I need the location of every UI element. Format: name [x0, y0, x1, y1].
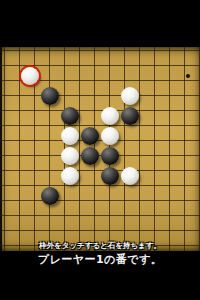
- white-stone: [121, 167, 139, 185]
- grid-hline: [0, 110, 200, 111]
- grid-hline: [0, 215, 200, 216]
- grid-vline: [19, 47, 20, 251]
- black-stone: [61, 107, 79, 125]
- grid-hline: [0, 95, 200, 96]
- black-stone: [81, 127, 99, 145]
- star-point: [186, 74, 190, 78]
- black-stone: [41, 87, 59, 105]
- hint-text: 枠外をタッチすると石を持ちます。: [0, 240, 200, 251]
- app-screen: 枠外をタッチすると石を持ちます。 プレーヤー1の番です。: [0, 0, 200, 300]
- grid-hline: [0, 170, 200, 171]
- grid-hline: [0, 230, 200, 231]
- white-stone: [121, 87, 139, 105]
- grid-vline: [49, 47, 50, 251]
- grid-hline: [0, 200, 200, 201]
- turn-status-text: プレーヤー1の番です。: [0, 252, 200, 267]
- grid-vline: [139, 47, 140, 251]
- grid-hline: [0, 125, 200, 126]
- grid-vline: [184, 47, 185, 251]
- black-stone: [41, 187, 59, 205]
- white-stone: [61, 167, 79, 185]
- white-stone: [61, 147, 79, 165]
- black-stone: [101, 167, 119, 185]
- grid-vline: [124, 47, 125, 251]
- white-stone: [101, 107, 119, 125]
- grid-hline: [0, 65, 200, 66]
- black-stone: [81, 147, 99, 165]
- white-stone: [61, 127, 79, 145]
- grid-vline: [199, 47, 200, 251]
- grid-hline: [0, 185, 200, 186]
- black-stone: [101, 147, 119, 165]
- grid-hline: [0, 155, 200, 156]
- grid-hline: [0, 50, 200, 51]
- grid-vline: [4, 47, 5, 251]
- grid-vline: [154, 47, 155, 251]
- white-stone: [101, 127, 119, 145]
- goban-board[interactable]: [0, 47, 200, 251]
- status-bar: プレーヤー1の番です。: [0, 251, 200, 300]
- board-left-edge: [0, 47, 2, 251]
- grid-hline: [0, 140, 200, 141]
- white-stone-last-move: [21, 67, 39, 85]
- grid-vline: [79, 47, 80, 251]
- grid-vline: [169, 47, 170, 251]
- black-stone: [121, 107, 139, 125]
